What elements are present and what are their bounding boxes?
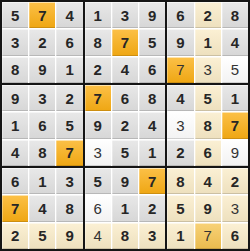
cell-r9c5[interactable]: 8	[112, 223, 138, 249]
cell-r9c1[interactable]: 2	[2, 223, 28, 249]
cell-r9c3[interactable]: 9	[56, 223, 82, 249]
cell-r8c9[interactable]: 3	[222, 195, 248, 221]
cell-r3c9[interactable]: 5	[222, 57, 248, 83]
cell-r3c1[interactable]: 8	[2, 57, 28, 83]
cell-r8c2[interactable]: 4	[29, 195, 55, 221]
cell-r2c1[interactable]: 3	[2, 29, 28, 55]
cell-r1c2[interactable]: 7	[29, 2, 55, 28]
cell-r7c3[interactable]: 3	[56, 168, 82, 194]
box-5: 768924351	[85, 85, 166, 166]
cell-r4c7[interactable]: 4	[167, 85, 193, 111]
cell-r8c4[interactable]: 6	[85, 195, 111, 221]
cell-r6c3[interactable]: 7	[56, 140, 82, 166]
cell-r3c4[interactable]: 2	[85, 57, 111, 83]
cell-r8c5[interactable]: 1	[112, 195, 138, 221]
cell-r5c3[interactable]: 5	[56, 112, 82, 138]
box-3: 628914735	[167, 2, 248, 83]
box-2: 139875246	[85, 2, 166, 83]
cell-r7c5[interactable]: 9	[112, 168, 138, 194]
cell-r1c9[interactable]: 8	[222, 2, 248, 28]
box-6: 451387269	[167, 85, 248, 166]
cell-r8c6[interactable]: 2	[139, 195, 165, 221]
cell-r6c9[interactable]: 9	[222, 140, 248, 166]
cell-r8c8[interactable]: 9	[195, 195, 221, 221]
cell-r2c3[interactable]: 6	[56, 29, 82, 55]
cell-r4c5[interactable]: 6	[112, 85, 138, 111]
cell-r5c8[interactable]: 8	[195, 112, 221, 138]
cell-r4c6[interactable]: 8	[139, 85, 165, 111]
cell-r5c9[interactable]: 7	[222, 112, 248, 138]
cell-r7c4[interactable]: 5	[85, 168, 111, 194]
cell-r3c5[interactable]: 4	[112, 57, 138, 83]
cell-r3c2[interactable]: 9	[29, 57, 55, 83]
cell-r9c6[interactable]: 3	[139, 223, 165, 249]
cell-r8c1[interactable]: 7	[2, 195, 28, 221]
cell-r2c6[interactable]: 5	[139, 29, 165, 55]
cell-r5c2[interactable]: 6	[29, 112, 55, 138]
cell-r7c8[interactable]: 4	[195, 168, 221, 194]
cell-r2c7[interactable]: 9	[167, 29, 193, 55]
cell-r1c3[interactable]: 4	[56, 2, 82, 28]
cell-r3c3[interactable]: 1	[56, 57, 82, 83]
cell-r1c6[interactable]: 9	[139, 2, 165, 28]
cell-r7c6[interactable]: 7	[139, 168, 165, 194]
cell-r2c4[interactable]: 8	[85, 29, 111, 55]
cell-r4c9[interactable]: 1	[222, 85, 248, 111]
cell-r7c7[interactable]: 8	[167, 168, 193, 194]
cell-r9c7[interactable]: 1	[167, 223, 193, 249]
box-1: 574326891	[2, 2, 83, 83]
box-9: 842593176	[167, 168, 248, 249]
cell-r5c1[interactable]: 1	[2, 112, 28, 138]
cell-r1c1[interactable]: 5	[2, 2, 28, 28]
cell-r5c5[interactable]: 2	[112, 112, 138, 138]
cell-r7c9[interactable]: 2	[222, 168, 248, 194]
cell-r6c5[interactable]: 5	[112, 140, 138, 166]
cell-r9c4[interactable]: 4	[85, 223, 111, 249]
cell-r8c3[interactable]: 8	[56, 195, 82, 221]
cell-r7c1[interactable]: 6	[2, 168, 28, 194]
cell-r1c5[interactable]: 3	[112, 2, 138, 28]
cell-r3c8[interactable]: 3	[195, 57, 221, 83]
cell-r2c5[interactable]: 7	[112, 29, 138, 55]
cell-r2c9[interactable]: 4	[222, 29, 248, 55]
cell-r2c8[interactable]: 1	[195, 29, 221, 55]
cell-r6c8[interactable]: 6	[195, 140, 221, 166]
cell-r5c6[interactable]: 4	[139, 112, 165, 138]
cell-r6c7[interactable]: 2	[167, 140, 193, 166]
cell-r4c2[interactable]: 3	[29, 85, 55, 111]
cell-r6c1[interactable]: 4	[2, 140, 28, 166]
cell-r7c2[interactable]: 1	[29, 168, 55, 194]
cell-r8c7[interactable]: 5	[167, 195, 193, 221]
cell-r3c7[interactable]: 7	[167, 57, 193, 83]
cell-r4c3[interactable]: 2	[56, 85, 82, 111]
cell-r9c2[interactable]: 5	[29, 223, 55, 249]
cell-r1c4[interactable]: 1	[85, 2, 111, 28]
cell-r6c2[interactable]: 8	[29, 140, 55, 166]
cell-r4c4[interactable]: 7	[85, 85, 111, 111]
cell-r6c4[interactable]: 3	[85, 140, 111, 166]
cell-r9c9[interactable]: 6	[222, 223, 248, 249]
cell-r4c1[interactable]: 9	[2, 85, 28, 111]
cell-r4c8[interactable]: 5	[195, 85, 221, 111]
box-8: 597612483	[85, 168, 166, 249]
cell-r3c6[interactable]: 6	[139, 57, 165, 83]
cell-r1c8[interactable]: 2	[195, 2, 221, 28]
cell-r5c7[interactable]: 3	[167, 112, 193, 138]
sudoku-board: 5743268911398752466289147359321654877689…	[0, 0, 250, 251]
box-7: 613748259	[2, 168, 83, 249]
cell-r1c7[interactable]: 6	[167, 2, 193, 28]
box-4: 932165487	[2, 85, 83, 166]
cell-r2c2[interactable]: 2	[29, 29, 55, 55]
cell-r6c6[interactable]: 1	[139, 140, 165, 166]
cell-r5c4[interactable]: 9	[85, 112, 111, 138]
cell-r9c8[interactable]: 7	[195, 223, 221, 249]
